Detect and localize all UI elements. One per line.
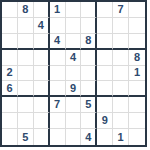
cell-r9c1[interactable] [2,129,18,145]
cell-r6c1[interactable]: 6 [2,81,18,97]
cell-r4c4[interactable] [50,50,66,66]
cell-r4c8[interactable] [113,50,129,66]
cell-r5c3[interactable] [34,66,50,82]
cell-r2c6[interactable] [81,18,97,34]
cell-r4c1[interactable] [2,50,18,66]
cell-r7c8[interactable] [113,97,129,113]
cell-r2c4[interactable] [50,18,66,34]
cell-r7c9[interactable] [129,97,145,113]
cell-r1c2[interactable]: 8 [18,2,34,18]
cell-r9c7[interactable] [97,129,113,145]
cell-r7c6[interactable]: 5 [81,97,97,113]
cell-r1c3[interactable] [34,2,50,18]
cell-r4c9[interactable]: 8 [129,50,145,66]
cell-r8c4[interactable] [50,113,66,129]
cell-r8c9[interactable] [129,113,145,129]
cell-r2c1[interactable] [2,18,18,34]
cell-r8c7[interactable]: 9 [97,113,113,129]
cell-r7c3[interactable] [34,97,50,113]
cell-r4c5[interactable]: 4 [66,50,82,66]
cell-r3c7[interactable] [97,34,113,50]
cell-r5c2[interactable] [18,66,34,82]
cell-r7c5[interactable] [66,97,82,113]
cell-r4c6[interactable] [81,50,97,66]
cell-r1c4[interactable]: 1 [50,2,66,18]
cell-r1c5[interactable] [66,2,82,18]
cell-r8c6[interactable] [81,113,97,129]
cell-r3c4[interactable]: 4 [50,34,66,50]
cell-r9c3[interactable] [34,129,50,145]
cell-r5c7[interactable] [97,66,113,82]
cell-r6c5[interactable]: 9 [66,81,82,97]
cell-r2c3[interactable]: 4 [34,18,50,34]
cell-r8c3[interactable] [34,113,50,129]
cell-r1c7[interactable] [97,2,113,18]
cell-r1c1[interactable] [2,2,18,18]
cell-r7c7[interactable] [97,97,113,113]
cell-r9c5[interactable] [66,129,82,145]
cell-r3c9[interactable] [129,34,145,50]
cell-r1c9[interactable] [129,2,145,18]
cell-r9c2[interactable]: 5 [18,129,34,145]
cell-r8c8[interactable] [113,113,129,129]
cell-r5c1[interactable]: 2 [2,66,18,82]
cell-r3c3[interactable] [34,34,50,50]
cell-r6c6[interactable] [81,81,97,97]
cell-r7c1[interactable] [2,97,18,113]
cell-r8c1[interactable] [2,113,18,129]
cell-r3c2[interactable] [18,34,34,50]
cell-r5c6[interactable] [81,66,97,82]
cell-r6c3[interactable] [34,81,50,97]
cell-r4c2[interactable] [18,50,34,66]
cell-r3c5[interactable] [66,34,82,50]
cell-r1c6[interactable] [81,2,97,18]
cell-r7c4[interactable]: 7 [50,97,66,113]
cell-r9c6[interactable]: 4 [81,129,97,145]
cell-r2c5[interactable] [66,18,82,34]
cell-r5c9[interactable]: 1 [129,66,145,82]
cell-r9c4[interactable] [50,129,66,145]
cell-r4c7[interactable] [97,50,113,66]
cell-r2c7[interactable] [97,18,113,34]
cell-r2c2[interactable] [18,18,34,34]
cell-r4c3[interactable] [34,50,50,66]
cell-r9c9[interactable] [129,129,145,145]
sudoku-board: 817448482169759541 [0,0,147,147]
cell-r2c8[interactable] [113,18,129,34]
cell-r8c5[interactable] [66,113,82,129]
cell-r3c8[interactable] [113,34,129,50]
cell-r6c9[interactable] [129,81,145,97]
cell-r8c2[interactable] [18,113,34,129]
cell-r6c4[interactable] [50,81,66,97]
cell-r7c2[interactable] [18,97,34,113]
cell-r5c8[interactable] [113,66,129,82]
cell-r6c2[interactable] [18,81,34,97]
cell-r5c5[interactable] [66,66,82,82]
cell-r6c7[interactable] [97,81,113,97]
cell-r6c8[interactable] [113,81,129,97]
cell-r3c6[interactable]: 8 [81,34,97,50]
cell-r2c9[interactable] [129,18,145,34]
cell-r3c1[interactable] [2,34,18,50]
cell-r1c8[interactable]: 7 [113,2,129,18]
cell-r5c4[interactable] [50,66,66,82]
cell-r9c8[interactable]: 1 [113,129,129,145]
